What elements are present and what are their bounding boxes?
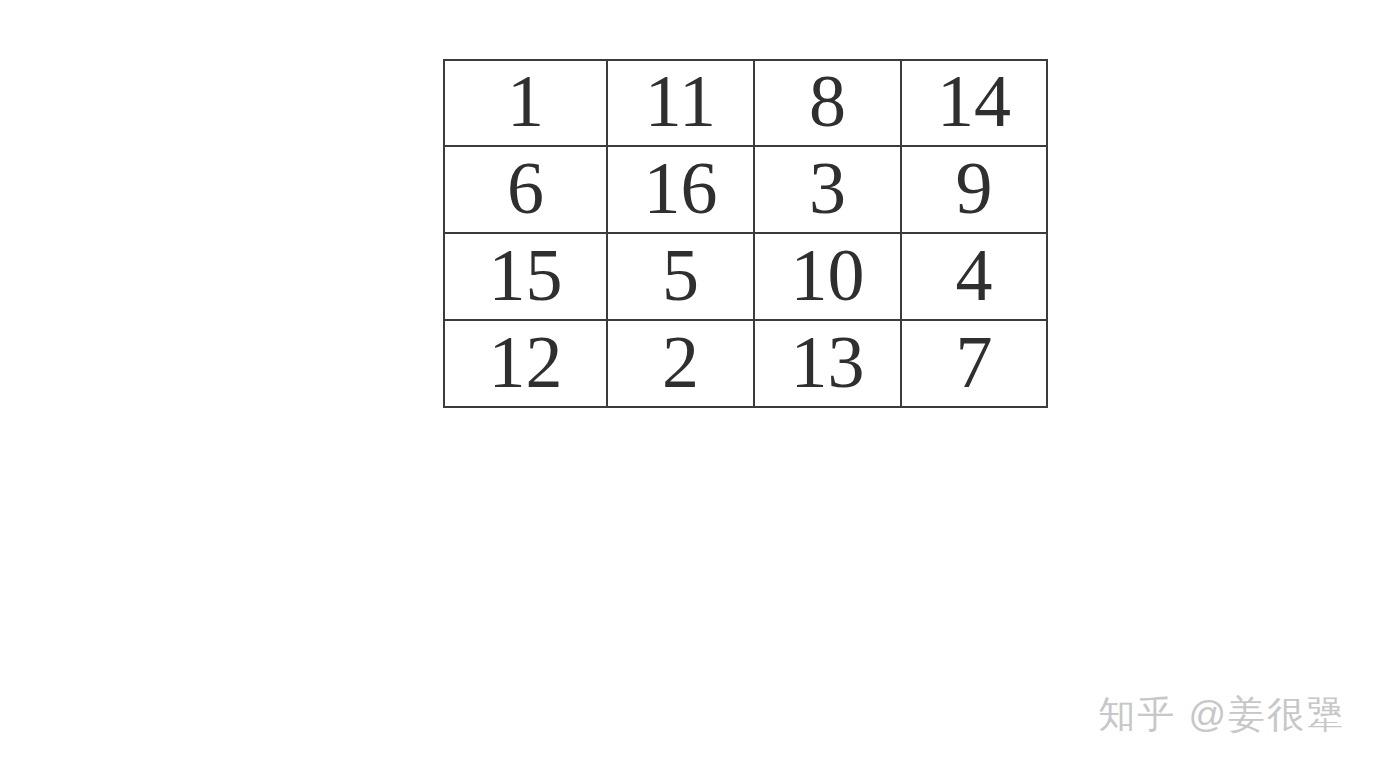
watermark: 知乎 @姜很犟	[1098, 690, 1345, 740]
cell-r2c4: 9	[901, 146, 1047, 233]
cell-r2c3: 3	[754, 146, 901, 233]
page: 11181461639155104122137 知乎 @姜很犟	[0, 0, 1374, 770]
cell-r2c1: 6	[444, 146, 607, 233]
cell-r2c2: 16	[607, 146, 754, 233]
cell-r3c3: 10	[754, 233, 901, 320]
cell-r3c4: 4	[901, 233, 1047, 320]
cell-r1c3: 8	[754, 60, 901, 146]
cell-r1c4: 14	[901, 60, 1047, 146]
cell-r4c3: 13	[754, 320, 901, 407]
cell-r4c4: 7	[901, 320, 1047, 407]
cell-r1c2: 11	[607, 60, 754, 146]
cell-r1c1: 1	[444, 60, 607, 146]
cell-r4c1: 12	[444, 320, 607, 407]
cell-r3c2: 5	[607, 233, 754, 320]
cell-r3c1: 15	[444, 233, 607, 320]
magic-square-board: 11181461639155104122137	[443, 59, 1048, 408]
cell-r4c2: 2	[607, 320, 754, 407]
